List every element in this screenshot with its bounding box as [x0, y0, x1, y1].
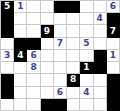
cell-r3c6[interactable]	[67, 25, 80, 37]
cell-r1c3[interactable]	[27, 1, 40, 13]
cell-r6c4[interactable]	[41, 62, 54, 74]
cell-r3c2[interactable]	[14, 25, 27, 37]
cell-r1c8[interactable]	[94, 1, 107, 13]
cell-digit: 7	[57, 38, 63, 47]
cell-r6c9[interactable]	[107, 62, 120, 74]
cell-r2c3[interactable]	[27, 13, 40, 25]
cell-digit: 3	[4, 50, 10, 59]
cell-digit: 8	[30, 63, 36, 72]
cell-r9c7[interactable]	[80, 99, 93, 111]
cell-r3c5[interactable]	[54, 25, 67, 37]
cell-r2c4[interactable]	[41, 13, 54, 25]
cell-r3c3[interactable]	[27, 25, 40, 37]
cell-r7c5[interactable]	[54, 74, 67, 86]
cell-digit: 6	[30, 50, 36, 59]
cell-digit: 1	[17, 2, 23, 11]
cell-digit: 5	[4, 2, 10, 11]
cell-r7c8[interactable]	[94, 74, 107, 86]
cell-r8c4[interactable]	[41, 87, 54, 99]
cell-r8c1[interactable]	[1, 87, 14, 99]
cell-r5c4[interactable]	[41, 50, 54, 62]
cell-r2c8[interactable]: 4	[94, 13, 107, 25]
cell-digit: 5	[83, 38, 89, 47]
cell-r1c6[interactable]	[67, 1, 80, 13]
cell-r9c3[interactable]	[27, 99, 40, 111]
cell-r8c7[interactable]: 4	[80, 87, 93, 99]
cell-r8c9[interactable]	[107, 87, 120, 99]
cell-r3c8[interactable]	[94, 25, 107, 37]
cell-r4c9[interactable]	[107, 38, 120, 50]
cell-r8c3[interactable]	[27, 87, 40, 99]
cell-r2c7[interactable]	[80, 13, 93, 25]
cell-r1c4[interactable]	[41, 1, 54, 13]
cell-digit: 4	[97, 14, 103, 23]
cell-r5c5[interactable]	[54, 50, 67, 62]
cell-r6c7[interactable]: 1	[80, 62, 93, 74]
cell-r1c2[interactable]: 1	[14, 1, 27, 13]
cell-r4c4[interactable]	[41, 38, 54, 50]
cell-r4c2[interactable]	[14, 38, 27, 50]
cell-r8c5[interactable]: 6	[54, 87, 67, 99]
cell-r6c2[interactable]	[14, 62, 27, 74]
cell-r6c3[interactable]: 8	[27, 62, 40, 74]
cell-r1c9[interactable]: 6	[107, 1, 120, 13]
cell-r1c1[interactable]: 5	[1, 1, 14, 13]
cell-r7c1[interactable]	[1, 74, 14, 86]
cell-r7c4[interactable]	[41, 74, 54, 86]
cell-r7c6[interactable]: 8	[67, 74, 80, 86]
cell-r9c8[interactable]	[94, 99, 107, 111]
cell-r9c4[interactable]	[41, 99, 54, 111]
cell-r2c1[interactable]	[1, 13, 14, 25]
cell-r3c1[interactable]	[1, 25, 14, 37]
cell-r8c6[interactable]	[67, 87, 80, 99]
cell-r4c6[interactable]	[67, 38, 80, 50]
cell-r5c9[interactable]: 1	[107, 50, 120, 62]
cell-r4c7[interactable]: 5	[80, 38, 93, 50]
cell-r9c1[interactable]	[1, 99, 14, 111]
cell-r3c7[interactable]	[80, 25, 93, 37]
cell-digit: 7	[110, 26, 116, 35]
cell-r4c3[interactable]	[27, 38, 40, 50]
cell-digit: 1	[110, 50, 116, 59]
cell-r4c8[interactable]	[94, 38, 107, 50]
cell-r5c6[interactable]	[67, 50, 80, 62]
cell-r2c6[interactable]	[67, 13, 80, 25]
cell-r8c8[interactable]	[94, 87, 107, 99]
cell-r9c5[interactable]	[54, 99, 67, 111]
cell-r5c8[interactable]	[94, 50, 107, 62]
cell-r2c5[interactable]	[54, 13, 67, 25]
cell-r8c2[interactable]	[14, 87, 27, 99]
cell-r5c7[interactable]	[80, 50, 93, 62]
cell-digit: 9	[44, 26, 50, 35]
puzzle-board: 51649775346181864	[0, 0, 120, 111]
cell-digit: 8	[70, 75, 76, 84]
cell-r9c2[interactable]	[14, 99, 27, 111]
cell-r7c3[interactable]	[27, 74, 40, 86]
cell-r7c2[interactable]	[14, 74, 27, 86]
cell-r3c4[interactable]: 9	[41, 25, 54, 37]
cell-digit: 4	[17, 50, 23, 59]
cell-digit: 6	[57, 87, 63, 96]
cell-r5c1[interactable]: 3	[1, 50, 14, 62]
cell-r1c5[interactable]	[54, 1, 67, 13]
cell-r6c5[interactable]	[54, 62, 67, 74]
cell-r5c3[interactable]: 6	[27, 50, 40, 62]
cell-digit: 1	[83, 63, 89, 72]
cell-r6c1[interactable]	[1, 62, 14, 74]
cell-digit: 6	[110, 2, 116, 11]
cell-r7c9[interactable]	[107, 74, 120, 86]
cell-r6c8[interactable]	[94, 62, 107, 74]
cell-r3c9[interactable]: 7	[107, 25, 120, 37]
cell-r4c1[interactable]	[1, 38, 14, 50]
cell-r1c7[interactable]	[80, 1, 93, 13]
cell-digit: 4	[83, 87, 89, 96]
cell-r2c2[interactable]	[14, 13, 27, 25]
cell-r2c9[interactable]	[107, 13, 120, 25]
cell-r9c6[interactable]	[67, 99, 80, 111]
cell-r6c6[interactable]	[67, 62, 80, 74]
cell-r5c2[interactable]: 4	[14, 50, 27, 62]
cell-r4c5[interactable]: 7	[54, 38, 67, 50]
cell-r7c7[interactable]	[80, 74, 93, 86]
cell-r9c9[interactable]	[107, 99, 120, 111]
